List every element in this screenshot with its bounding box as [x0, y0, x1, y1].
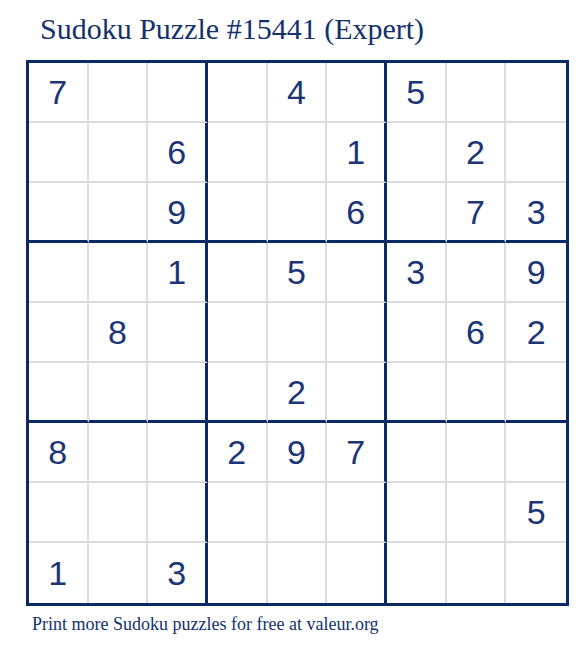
cell-r3c1[interactable]: [29, 183, 89, 243]
cell-r4c9[interactable]: 9: [506, 243, 566, 303]
cell-r2c1[interactable]: [29, 123, 89, 183]
cell-r3c6[interactable]: 6: [327, 183, 387, 243]
cell-r2c7[interactable]: [387, 123, 447, 183]
cell-r3c4[interactable]: [208, 183, 268, 243]
cell-r1c4[interactable]: [208, 63, 268, 123]
cell-r8c3[interactable]: [148, 483, 208, 543]
cell-r4c6[interactable]: [327, 243, 387, 303]
cell-r7c7[interactable]: [387, 423, 447, 483]
cell-r6c5[interactable]: 2: [268, 363, 328, 423]
cell-r4c3[interactable]: 1: [148, 243, 208, 303]
cell-r7c6[interactable]: 7: [327, 423, 387, 483]
cell-r7c1[interactable]: 8: [29, 423, 89, 483]
cell-r9c9[interactable]: [506, 543, 566, 603]
cell-r9c2[interactable]: [89, 543, 149, 603]
cell-r6c2[interactable]: [89, 363, 149, 423]
cell-r6c1[interactable]: [29, 363, 89, 423]
cell-r6c6[interactable]: [327, 363, 387, 423]
cell-r9c5[interactable]: [268, 543, 328, 603]
cell-r4c1[interactable]: [29, 243, 89, 303]
cell-r2c9[interactable]: [506, 123, 566, 183]
cell-r6c8[interactable]: [447, 363, 507, 423]
cell-r5c2[interactable]: 8: [89, 303, 149, 363]
cell-r8c2[interactable]: [89, 483, 149, 543]
cell-r4c4[interactable]: [208, 243, 268, 303]
cell-r7c9[interactable]: [506, 423, 566, 483]
cell-r1c5[interactable]: 4: [268, 63, 328, 123]
cell-r7c4[interactable]: 2: [208, 423, 268, 483]
cell-r5c7[interactable]: [387, 303, 447, 363]
sudoku-board: 7456129673153986228297513: [26, 60, 569, 606]
cell-r5c1[interactable]: [29, 303, 89, 363]
cell-r4c2[interactable]: [89, 243, 149, 303]
cell-r3c8[interactable]: 7: [447, 183, 507, 243]
cell-r4c8[interactable]: [447, 243, 507, 303]
cell-r1c8[interactable]: [447, 63, 507, 123]
cell-r9c3[interactable]: 3: [148, 543, 208, 603]
cell-r8c9[interactable]: 5: [506, 483, 566, 543]
cell-r5c3[interactable]: [148, 303, 208, 363]
cell-r2c3[interactable]: 6: [148, 123, 208, 183]
cell-r5c6[interactable]: [327, 303, 387, 363]
cell-r8c5[interactable]: [268, 483, 328, 543]
cell-r5c9[interactable]: 2: [506, 303, 566, 363]
cell-r7c2[interactable]: [89, 423, 149, 483]
page-title: Sudoku Puzzle #15441 (Expert): [40, 12, 424, 46]
cell-r8c4[interactable]: [208, 483, 268, 543]
cell-r9c4[interactable]: [208, 543, 268, 603]
cell-r3c9[interactable]: 3: [506, 183, 566, 243]
cell-r2c6[interactable]: 1: [327, 123, 387, 183]
cell-r1c2[interactable]: [89, 63, 149, 123]
cell-r3c5[interactable]: [268, 183, 328, 243]
cell-r4c5[interactable]: 5: [268, 243, 328, 303]
cell-r3c7[interactable]: [387, 183, 447, 243]
cell-r2c2[interactable]: [89, 123, 149, 183]
cell-r8c8[interactable]: [447, 483, 507, 543]
cell-r9c7[interactable]: [387, 543, 447, 603]
cell-r5c5[interactable]: [268, 303, 328, 363]
cell-r1c9[interactable]: [506, 63, 566, 123]
cell-r8c1[interactable]: [29, 483, 89, 543]
cell-r1c7[interactable]: 5: [387, 63, 447, 123]
cell-r6c4[interactable]: [208, 363, 268, 423]
cell-r8c6[interactable]: [327, 483, 387, 543]
cell-r1c6[interactable]: [327, 63, 387, 123]
cell-r4c7[interactable]: 3: [387, 243, 447, 303]
cell-r9c1[interactable]: 1: [29, 543, 89, 603]
cell-r1c1[interactable]: 7: [29, 63, 89, 123]
cell-r1c3[interactable]: [148, 63, 208, 123]
cell-r7c3[interactable]: [148, 423, 208, 483]
page: Sudoku Puzzle #15441 (Expert) 7456129673…: [0, 0, 580, 651]
cell-r2c4[interactable]: [208, 123, 268, 183]
cell-r6c7[interactable]: [387, 363, 447, 423]
cell-r9c6[interactable]: [327, 543, 387, 603]
cell-r3c3[interactable]: 9: [148, 183, 208, 243]
cell-r6c9[interactable]: [506, 363, 566, 423]
cell-r3c2[interactable]: [89, 183, 149, 243]
cell-r7c5[interactable]: 9: [268, 423, 328, 483]
cell-r8c7[interactable]: [387, 483, 447, 543]
cell-r7c8[interactable]: [447, 423, 507, 483]
cell-r2c5[interactable]: [268, 123, 328, 183]
cell-r2c8[interactable]: 2: [447, 123, 507, 183]
cell-r5c4[interactable]: [208, 303, 268, 363]
footer-text: Print more Sudoku puzzles for free at va…: [32, 614, 379, 635]
cell-r6c3[interactable]: [148, 363, 208, 423]
cell-r9c8[interactable]: [447, 543, 507, 603]
cell-r5c8[interactable]: 6: [447, 303, 507, 363]
